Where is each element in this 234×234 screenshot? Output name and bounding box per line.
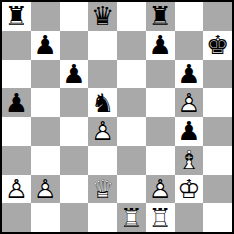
square-g1[interactable]: [175, 203, 204, 232]
square-b8[interactable]: [31, 2, 60, 31]
square-a1[interactable]: [2, 203, 31, 232]
square-g6[interactable]: ♟: [175, 60, 204, 89]
black-pawn[interactable]: ♟: [2, 88, 31, 117]
white-rook-fill: ♜: [146, 203, 175, 232]
square-d3[interactable]: [88, 146, 117, 175]
white-rook[interactable]: ♖: [117, 203, 146, 232]
square-f3[interactable]: [146, 146, 175, 175]
square-d7[interactable]: [88, 31, 117, 60]
white-king-fill: ♚: [175, 175, 204, 204]
white-queen-fill: ♛: [88, 175, 117, 204]
square-f7[interactable]: ♟: [146, 31, 175, 60]
square-h2[interactable]: [203, 175, 232, 204]
square-e7[interactable]: [117, 31, 146, 60]
square-h5[interactable]: [203, 88, 232, 117]
square-g7[interactable]: [175, 31, 204, 60]
square-b4[interactable]: [31, 117, 60, 146]
square-d2[interactable]: ♛♕: [88, 175, 117, 204]
black-pawn[interactable]: ♟: [31, 31, 60, 60]
black-pawn[interactable]: ♟: [60, 60, 89, 89]
square-f2[interactable]: ♟♙: [146, 175, 175, 204]
black-queen[interactable]: ♛: [88, 2, 117, 31]
white-rook-fill: ♜: [117, 203, 146, 232]
white-pawn-fill: ♟: [146, 175, 175, 204]
white-pawn[interactable]: ♙: [88, 117, 117, 146]
square-d5[interactable]: ♞: [88, 88, 117, 117]
black-rook[interactable]: ♜: [146, 2, 175, 31]
square-c4[interactable]: [60, 117, 89, 146]
white-bishop[interactable]: ♗: [175, 146, 204, 175]
square-c3[interactable]: [60, 146, 89, 175]
square-e2[interactable]: [117, 175, 146, 204]
square-a3[interactable]: [2, 146, 31, 175]
square-e6[interactable]: [117, 60, 146, 89]
square-g8[interactable]: [175, 2, 204, 31]
square-h6[interactable]: [203, 60, 232, 89]
black-king[interactable]: ♚: [203, 31, 232, 60]
square-b6[interactable]: [31, 60, 60, 89]
square-d8[interactable]: ♛: [88, 2, 117, 31]
square-e3[interactable]: [117, 146, 146, 175]
square-g3[interactable]: ♝♗: [175, 146, 204, 175]
square-f6[interactable]: [146, 60, 175, 89]
square-b3[interactable]: [31, 146, 60, 175]
white-bishop-fill: ♝: [175, 146, 204, 175]
square-b2[interactable]: ♟♙: [31, 175, 60, 204]
square-d4[interactable]: ♟♙: [88, 117, 117, 146]
square-h8[interactable]: [203, 2, 232, 31]
square-e4[interactable]: [117, 117, 146, 146]
white-king[interactable]: ♔: [175, 175, 204, 204]
square-b5[interactable]: [31, 88, 60, 117]
square-a8[interactable]: ♜: [2, 2, 31, 31]
square-e1[interactable]: ♜♖: [117, 203, 146, 232]
black-pawn[interactable]: ♟: [175, 60, 204, 89]
square-f1[interactable]: ♜♖: [146, 203, 175, 232]
white-queen[interactable]: ♕: [88, 175, 117, 204]
square-a2[interactable]: ♟♙: [2, 175, 31, 204]
square-d6[interactable]: [88, 60, 117, 89]
white-rook[interactable]: ♖: [146, 203, 175, 232]
white-pawn-fill: ♟: [88, 117, 117, 146]
square-b1[interactable]: [31, 203, 60, 232]
square-a5[interactable]: ♟: [2, 88, 31, 117]
chess-diagram: ♜♛♜♟♟♚♟♟♟♞♟♙♟♙♟♝♗♟♙♟♙♛♕♟♙♚♔♜♖♜♖: [0, 0, 234, 234]
white-pawn[interactable]: ♙: [175, 88, 204, 117]
square-c8[interactable]: [60, 2, 89, 31]
square-c5[interactable]: [60, 88, 89, 117]
square-b7[interactable]: ♟: [31, 31, 60, 60]
square-a6[interactable]: [2, 60, 31, 89]
black-rook[interactable]: ♜: [2, 2, 31, 31]
square-a7[interactable]: [2, 31, 31, 60]
square-g5[interactable]: ♟♙: [175, 88, 204, 117]
square-e5[interactable]: [117, 88, 146, 117]
square-g4[interactable]: ♟: [175, 117, 204, 146]
square-c1[interactable]: [60, 203, 89, 232]
square-h7[interactable]: ♚: [203, 31, 232, 60]
square-d1[interactable]: [88, 203, 117, 232]
square-h4[interactable]: [203, 117, 232, 146]
white-pawn-fill: ♟: [31, 175, 60, 204]
square-a4[interactable]: [2, 117, 31, 146]
black-knight[interactable]: ♞: [88, 88, 117, 117]
black-pawn[interactable]: ♟: [175, 117, 204, 146]
white-pawn-fill: ♟: [175, 88, 204, 117]
black-pawn[interactable]: ♟: [146, 31, 175, 60]
square-f4[interactable]: [146, 117, 175, 146]
square-f8[interactable]: ♜: [146, 2, 175, 31]
square-c7[interactable]: [60, 31, 89, 60]
chess-board: ♜♛♜♟♟♚♟♟♟♞♟♙♟♙♟♝♗♟♙♟♙♛♕♟♙♚♔♜♖♜♖: [0, 0, 234, 234]
square-e8[interactable]: [117, 2, 146, 31]
white-pawn[interactable]: ♙: [31, 175, 60, 204]
white-pawn[interactable]: ♙: [146, 175, 175, 204]
square-g2[interactable]: ♚♔: [175, 175, 204, 204]
square-c2[interactable]: [60, 175, 89, 204]
square-h1[interactable]: [203, 203, 232, 232]
square-h3[interactable]: [203, 146, 232, 175]
white-pawn-fill: ♟: [2, 175, 31, 204]
white-pawn[interactable]: ♙: [2, 175, 31, 204]
square-c6[interactable]: ♟: [60, 60, 89, 89]
square-f5[interactable]: [146, 88, 175, 117]
